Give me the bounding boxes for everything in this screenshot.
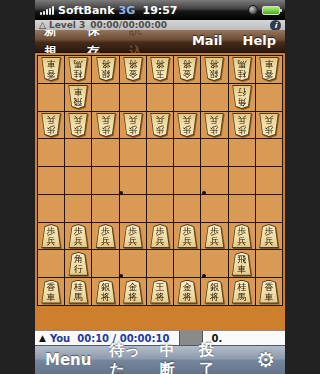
board-square[interactable]: 銀将	[92, 278, 118, 305]
board-square[interactable]	[174, 139, 200, 166]
board-square[interactable]	[201, 167, 227, 194]
shogi-piece-sente[interactable]: 歩兵	[176, 224, 198, 248]
shogi-piece-gote[interactable]: 歩兵	[95, 113, 117, 137]
board-square[interactable]: 歩兵	[229, 112, 255, 139]
board-square[interactable]	[92, 195, 118, 222]
shogi-piece-sente[interactable]: 角行	[67, 252, 89, 276]
board-grid: 香車桂馬銀将金将玉将金将銀将桂馬香車飛車角行歩兵歩兵歩兵歩兵歩兵歩兵歩兵歩兵歩兵…	[37, 55, 283, 306]
board-square[interactable]: 金将	[120, 278, 146, 305]
menu-button[interactable]: Menu	[45, 351, 91, 369]
board-square[interactable]	[38, 195, 64, 222]
shogi-piece-gote[interactable]: 歩兵	[122, 113, 144, 137]
piece-kanji: 香	[264, 282, 273, 292]
board-square[interactable]	[147, 195, 173, 222]
piece-kanji: 角	[237, 97, 246, 107]
opponent-name: Level 3	[49, 20, 85, 30]
board-square[interactable]	[120, 139, 146, 166]
board-square[interactable]: 歩兵	[92, 223, 118, 250]
board-square[interactable]	[201, 195, 227, 222]
piece-kanji: 兵	[237, 115, 246, 125]
shogi-board: 香車桂馬銀将金将玉将金将銀将桂馬香車飛車角行歩兵歩兵歩兵歩兵歩兵歩兵歩兵歩兵歩兵…	[35, 53, 285, 330]
board-square[interactable]: 歩兵	[256, 223, 282, 250]
hoshi-dot	[119, 191, 123, 195]
board-square[interactable]	[201, 250, 227, 277]
board-square[interactable]: 金将	[174, 56, 200, 83]
board-square[interactable]: 歩兵	[201, 112, 227, 139]
piece-kanji: 兵	[74, 236, 83, 246]
piece-kanji: 馬	[74, 59, 83, 69]
piece-kanji: 兵	[101, 115, 110, 125]
piece-kanji: 車	[47, 292, 56, 302]
hoshi-dot	[202, 191, 206, 195]
piece-kanji: 車	[264, 59, 273, 69]
opponent-clock-bar: △ Level 3 00:00/00:00:00 i	[35, 20, 285, 30]
piece-kanji: 香	[47, 282, 56, 292]
shogi-piece-sente[interactable]: 香車	[258, 280, 280, 304]
piece-kanji: 銀	[210, 282, 219, 292]
board-square[interactable]	[174, 250, 200, 277]
shogi-piece-sente[interactable]: 歩兵	[149, 224, 171, 248]
status-bar: SoftBank 3G 19:57	[35, 0, 285, 20]
piece-kanji: 車	[237, 264, 246, 274]
board-square[interactable]	[201, 139, 227, 166]
shogi-piece-gote[interactable]: 歩兵	[149, 113, 171, 137]
piece-kanji: 兵	[237, 236, 246, 246]
opponent-clock: 00:00/00:00:00	[90, 20, 167, 30]
board-square[interactable]: 歩兵	[65, 223, 91, 250]
shogi-piece-sente[interactable]: 歩兵	[231, 224, 253, 248]
sente-marker: ▲	[39, 333, 46, 343]
piece-kanji: 桂	[237, 69, 246, 79]
piece-kanji: 馬	[237, 59, 246, 69]
alarm-icon	[248, 5, 258, 15]
board-square[interactable]: 桂馬	[65, 278, 91, 305]
board-square[interactable]	[120, 84, 146, 111]
board-square[interactable]: 歩兵	[38, 223, 64, 250]
piece-kanji: 歩	[237, 125, 246, 135]
piece-kanji: 歩	[155, 226, 164, 236]
board-square[interactable]: 金将	[174, 278, 200, 305]
piece-kanji: 車	[264, 292, 273, 302]
shogi-piece-gote[interactable]: 歩兵	[203, 113, 225, 137]
board-square[interactable]	[92, 167, 118, 194]
piece-kanji: 歩	[47, 125, 56, 135]
piece-kanji: 歩	[183, 226, 192, 236]
app-window: SoftBank 3G 19:57 △ Level 3 00:00/00:00:…	[35, 0, 285, 374]
piece-kanji: 歩	[155, 125, 164, 135]
piece-kanji: 歩	[47, 226, 56, 236]
piece-kanji: 将	[210, 59, 219, 69]
board-square[interactable]	[201, 84, 227, 111]
mail-button[interactable]: Mail	[192, 30, 223, 52]
piece-kanji: 兵	[47, 236, 56, 246]
board-square[interactable]	[120, 250, 146, 277]
piece-kanji: 歩	[101, 226, 110, 236]
board-square[interactable]: 銀将	[92, 56, 118, 83]
piece-kanji: 行	[74, 264, 83, 274]
shogi-piece-gote[interactable]: 金将	[176, 57, 198, 81]
board-square[interactable]	[256, 139, 282, 166]
top-toolbar: 新規 保存 読込 Mail Help	[35, 30, 285, 53]
board-square[interactable]	[256, 167, 282, 194]
piece-kanji: 桂	[237, 282, 246, 292]
board-square[interactable]: 歩兵	[256, 112, 282, 139]
piece-kanji: 歩	[210, 125, 219, 135]
help-button[interactable]: Help	[243, 30, 276, 52]
shogi-piece-sente[interactable]: 歩兵	[67, 224, 89, 248]
piece-kanji: 銀	[101, 69, 110, 79]
board-square[interactable]: 歩兵	[120, 112, 146, 139]
pause-button[interactable]: 中断	[160, 341, 181, 374]
board-square[interactable]: 飛車	[229, 250, 255, 277]
board-square[interactable]	[92, 139, 118, 166]
hoshi-dot	[202, 274, 206, 278]
board-square[interactable]	[120, 167, 146, 194]
piece-kanji: 将	[210, 292, 219, 302]
board-square[interactable]: 歩兵	[38, 112, 64, 139]
board-square[interactable]	[65, 139, 91, 166]
piece-kanji: 桂	[74, 282, 83, 292]
board-square[interactable]	[229, 139, 255, 166]
board-square[interactable]: 飛車	[65, 84, 91, 111]
board-square[interactable]: 玉将	[147, 56, 173, 83]
board-square[interactable]	[256, 84, 282, 111]
shogi-piece-gote[interactable]: 角行	[231, 85, 253, 109]
player-name: You	[50, 333, 70, 344]
shogi-piece-gote[interactable]: 歩兵	[231, 113, 253, 137]
piece-kanji: 王	[155, 282, 164, 292]
board-square[interactable]: 桂馬	[229, 56, 255, 83]
piece-kanji: 歩	[264, 226, 273, 236]
board-square[interactable]	[256, 195, 282, 222]
undo-button[interactable]: 待った	[109, 341, 141, 374]
shogi-piece-sente[interactable]: 飛車	[231, 252, 253, 276]
battery-icon	[262, 6, 280, 15]
piece-kanji: 歩	[237, 226, 246, 236]
shogi-piece-sente[interactable]: 金将	[176, 280, 198, 304]
piece-kanji: 将	[183, 59, 192, 69]
piece-kanji: 歩	[264, 125, 273, 135]
board-square[interactable]: 王将	[147, 278, 173, 305]
shogi-piece-gote[interactable]: 香車	[258, 57, 280, 81]
piece-kanji: 歩	[183, 125, 192, 135]
board-square[interactable]: 桂馬	[229, 278, 255, 305]
piece-kanji: 歩	[128, 125, 137, 135]
piece-kanji: 玉	[155, 69, 164, 79]
piece-kanji: 将	[155, 59, 164, 69]
board-square[interactable]: 銀将	[201, 56, 227, 83]
shogi-piece-sente[interactable]: 王将	[149, 280, 171, 304]
piece-kanji: 車	[74, 87, 83, 97]
piece-kanji: 歩	[74, 125, 83, 135]
board-square[interactable]	[65, 195, 91, 222]
shogi-piece-gote[interactable]: 歩兵	[258, 113, 280, 137]
shogi-piece-gote[interactable]: 歩兵	[40, 113, 62, 137]
board-square[interactable]	[38, 139, 64, 166]
piece-kanji: 金	[183, 69, 192, 79]
shogi-piece-sente[interactable]: 歩兵	[258, 224, 280, 248]
shogi-piece-gote[interactable]: 香車	[40, 57, 62, 81]
shogi-piece-sente[interactable]: 香車	[40, 280, 62, 304]
shogi-piece-gote[interactable]: 飛車	[67, 85, 89, 109]
piece-kanji: 兵	[47, 115, 56, 125]
shogi-piece-gote[interactable]: 歩兵	[176, 113, 198, 137]
board-square[interactable]: 銀将	[201, 278, 227, 305]
piece-kanji: 馬	[74, 292, 83, 302]
board-square[interactable]: 金将	[120, 56, 146, 83]
piece-kanji: 将	[128, 292, 137, 302]
shogi-piece-sente[interactable]: 桂馬	[231, 280, 253, 304]
board-square[interactable]: 歩兵	[120, 223, 146, 250]
board-square[interactable]	[147, 84, 173, 111]
board-square[interactable]: 香車	[38, 278, 64, 305]
piece-kanji: 歩	[128, 226, 137, 236]
piece-kanji: 将	[101, 59, 110, 69]
carrier-label: SoftBank	[58, 4, 114, 17]
shogi-piece-gote[interactable]: 金将	[122, 57, 144, 81]
network-label: 3G	[118, 4, 135, 17]
board-square[interactable]: 歩兵	[201, 223, 227, 250]
board-square[interactable]	[92, 250, 118, 277]
piece-kanji: 兵	[74, 115, 83, 125]
board-square[interactable]: 歩兵	[229, 223, 255, 250]
piece-kanji: 兵	[264, 236, 273, 246]
piece-kanji: 桂	[74, 69, 83, 79]
board-square[interactable]	[147, 250, 173, 277]
bottom-toolbar: Menu 待った 中断 投了 ⚙	[35, 345, 285, 374]
shogi-piece-sente[interactable]: 金将	[122, 280, 144, 304]
board-square[interactable]: 角行	[229, 84, 255, 111]
piece-kanji: 将	[101, 292, 110, 302]
shogi-piece-gote[interactable]: 歩兵	[67, 113, 89, 137]
piece-kanji: 兵	[101, 236, 110, 246]
board-square[interactable]	[38, 250, 64, 277]
board-square[interactable]	[65, 167, 91, 194]
board-square[interactable]: 角行	[65, 250, 91, 277]
piece-kanji: 兵	[128, 115, 137, 125]
shogi-piece-sente[interactable]: 歩兵	[40, 224, 62, 248]
piece-kanji: 兵	[183, 236, 192, 246]
piece-kanji: 兵	[264, 115, 273, 125]
piece-kanji: 行	[237, 87, 246, 97]
board-square[interactable]: 歩兵	[174, 223, 200, 250]
hoshi-dot	[119, 274, 123, 278]
piece-kanji: 兵	[155, 236, 164, 246]
signal-strength-icon	[40, 6, 54, 15]
piece-kanji: 歩	[74, 226, 83, 236]
board-square[interactable]	[120, 195, 146, 222]
board-square[interactable]	[92, 84, 118, 111]
board-square[interactable]	[38, 167, 64, 194]
board-square[interactable]: 歩兵	[65, 112, 91, 139]
info-icon[interactable]: i	[270, 20, 281, 30]
shogi-piece-gote[interactable]: 銀将	[203, 57, 225, 81]
piece-kanji: 将	[128, 59, 137, 69]
piece-kanji: 金	[128, 69, 137, 79]
piece-kanji: 飛	[74, 97, 83, 107]
piece-kanji: 兵	[210, 115, 219, 125]
piece-kanji: 銀	[210, 69, 219, 79]
piece-kanji: 兵	[128, 236, 137, 246]
shogi-piece-gote[interactable]: 桂馬	[231, 57, 253, 81]
shogi-piece-sente[interactable]: 歩兵	[122, 224, 144, 248]
gote-marker: △	[39, 20, 46, 30]
piece-kanji: 香	[264, 69, 273, 79]
board-square[interactable]: 歩兵	[147, 223, 173, 250]
shogi-piece-sente[interactable]: 銀将	[203, 280, 225, 304]
piece-kanji: 飛	[237, 254, 246, 264]
board-square[interactable]	[38, 84, 64, 111]
piece-kanji: 角	[74, 254, 83, 264]
settings-gear-icon[interactable]: ⚙	[256, 346, 275, 374]
board-square[interactable]	[256, 250, 282, 277]
board-square[interactable]	[147, 139, 173, 166]
board-square[interactable]	[174, 195, 200, 222]
resign-button[interactable]: 投了	[199, 341, 220, 374]
board-square[interactable]	[174, 84, 200, 111]
board-square[interactable]	[229, 167, 255, 194]
board-square[interactable]	[147, 167, 173, 194]
piece-kanji: 将	[155, 292, 164, 302]
piece-kanji: 兵	[183, 115, 192, 125]
piece-kanji: 馬	[237, 292, 246, 302]
board-square[interactable]: 香車	[256, 278, 282, 305]
shogi-piece-gote[interactable]: 桂馬	[67, 57, 89, 81]
shogi-piece-gote[interactable]: 玉将	[149, 57, 171, 81]
piece-kanji: 将	[183, 292, 192, 302]
board-square[interactable]	[229, 195, 255, 222]
piece-kanji: 車	[47, 59, 56, 69]
shogi-piece-sente[interactable]: 歩兵	[203, 224, 225, 248]
board-square[interactable]: 歩兵	[147, 112, 173, 139]
piece-kanji: 歩	[101, 125, 110, 135]
shogi-piece-sente[interactable]: 歩兵	[95, 224, 117, 248]
shogi-piece-sente[interactable]: 桂馬	[67, 280, 89, 304]
piece-kanji: 金	[183, 282, 192, 292]
piece-kanji: 金	[128, 282, 137, 292]
piece-kanji: 兵	[155, 115, 164, 125]
piece-kanji: 兵	[210, 236, 219, 246]
board-square[interactable]: 歩兵	[92, 112, 118, 139]
piece-kanji: 歩	[210, 226, 219, 236]
board-square[interactable]: 桂馬	[65, 56, 91, 83]
shogi-piece-gote[interactable]: 銀将	[95, 57, 117, 81]
piece-kanji: 銀	[101, 282, 110, 292]
shogi-piece-sente[interactable]: 銀将	[95, 280, 117, 304]
board-square[interactable]: 香車	[256, 56, 282, 83]
piece-kanji: 香	[47, 69, 56, 79]
board-square[interactable]	[174, 167, 200, 194]
board-square[interactable]: 歩兵	[174, 112, 200, 139]
board-square[interactable]: 香車	[38, 56, 64, 83]
